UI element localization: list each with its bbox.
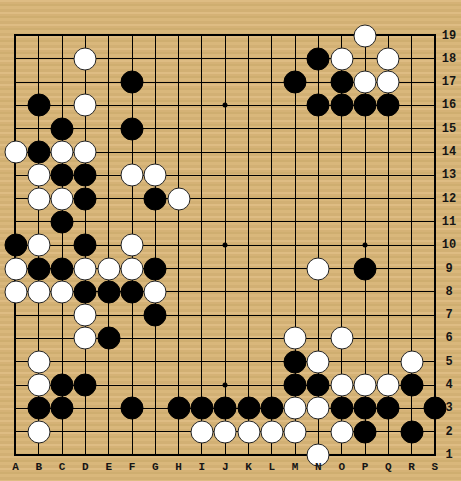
stone-black[interactable] [330, 94, 353, 117]
stone-black[interactable] [27, 257, 50, 280]
stone-black[interactable] [307, 47, 330, 70]
stone-black[interactable] [330, 397, 353, 420]
stone-black[interactable] [354, 420, 377, 443]
row-label: 2 [445, 426, 452, 438]
stone-white[interactable] [377, 47, 400, 70]
stone-black[interactable] [190, 397, 213, 420]
row-label: 9 [445, 263, 452, 275]
stone-white[interactable] [377, 71, 400, 94]
row-label: 16 [442, 99, 456, 111]
column-label: C [59, 462, 66, 473]
stone-white[interactable] [27, 350, 50, 373]
stone-white[interactable] [307, 257, 330, 280]
column-label: N [315, 462, 322, 473]
column-label: H [175, 462, 182, 473]
stone-black[interactable] [4, 234, 27, 257]
column-label: Q [385, 462, 392, 473]
column-label: J [222, 462, 229, 473]
stone-white[interactable] [121, 257, 144, 280]
stone-white[interactable] [330, 420, 353, 443]
stone-black[interactable] [27, 94, 50, 117]
star-point [223, 383, 228, 388]
stone-white[interactable] [307, 350, 330, 373]
stone-white[interactable] [51, 141, 74, 164]
stone-black[interactable] [51, 210, 74, 233]
stone-black[interactable] [51, 374, 74, 397]
stone-black[interactable] [260, 397, 283, 420]
stone-black[interactable] [51, 164, 74, 187]
stone-black[interactable] [144, 304, 167, 327]
stone-black[interactable] [121, 397, 144, 420]
stone-black[interactable] [284, 350, 307, 373]
stone-black[interactable] [97, 280, 120, 303]
stone-black[interactable] [354, 257, 377, 280]
stone-white[interactable] [4, 280, 27, 303]
stone-white[interactable] [167, 187, 190, 210]
row-label: 6 [445, 332, 452, 344]
stone-white[interactable] [260, 420, 283, 443]
row-label: 8 [445, 286, 452, 298]
stone-white[interactable] [144, 280, 167, 303]
stone-black[interactable] [74, 374, 97, 397]
stone-black[interactable] [400, 420, 423, 443]
row-label: 1 [445, 449, 452, 461]
stone-white[interactable] [237, 420, 260, 443]
column-label: S [432, 462, 439, 473]
stone-black[interactable] [51, 117, 74, 140]
star-point [363, 243, 368, 248]
stone-white[interactable] [330, 374, 353, 397]
column-label: I [199, 462, 206, 473]
stone-black[interactable] [284, 71, 307, 94]
stone-white[interactable] [284, 327, 307, 350]
stone-white[interactable] [354, 71, 377, 94]
stone-white[interactable] [74, 141, 97, 164]
stone-white[interactable] [284, 420, 307, 443]
column-label: O [338, 462, 345, 473]
stone-black[interactable] [423, 397, 446, 420]
stone-white[interactable] [74, 304, 97, 327]
stone-black[interactable] [27, 141, 50, 164]
stone-white[interactable] [354, 24, 377, 47]
stone-black[interactable] [354, 397, 377, 420]
column-label: A [12, 462, 19, 473]
stone-black[interactable] [354, 94, 377, 117]
stone-white[interactable] [121, 234, 144, 257]
stone-white[interactable] [27, 164, 50, 187]
column-label: K [245, 462, 252, 473]
stone-white[interactable] [214, 420, 237, 443]
row-label: 18 [442, 53, 456, 65]
stone-white[interactable] [4, 141, 27, 164]
stone-black[interactable] [121, 280, 144, 303]
star-point [223, 103, 228, 108]
stone-white[interactable] [74, 327, 97, 350]
row-label: 13 [442, 169, 456, 181]
column-label: F [129, 462, 136, 473]
stone-white[interactable] [27, 280, 50, 303]
row-label: 12 [442, 193, 456, 205]
stone-black[interactable] [377, 397, 400, 420]
stone-black[interactable] [97, 327, 120, 350]
stone-white[interactable] [74, 257, 97, 280]
stone-black[interactable] [74, 280, 97, 303]
stone-white[interactable] [27, 374, 50, 397]
row-label: 4 [445, 379, 452, 391]
stone-black[interactable] [121, 71, 144, 94]
column-label: E [105, 462, 112, 473]
column-label: P [362, 462, 369, 473]
stone-white[interactable] [400, 350, 423, 373]
stone-black[interactable] [144, 257, 167, 280]
row-label: 15 [442, 123, 456, 135]
stone-white[interactable] [27, 420, 50, 443]
stone-white[interactable] [330, 327, 353, 350]
stone-white[interactable] [74, 94, 97, 117]
column-label: L [268, 462, 275, 473]
stone-black[interactable] [144, 187, 167, 210]
column-label: G [152, 462, 159, 473]
stone-black[interactable] [307, 94, 330, 117]
stone-white[interactable] [121, 164, 144, 187]
stone-black[interactable] [167, 397, 190, 420]
row-label: 14 [442, 146, 456, 158]
column-label: R [408, 462, 415, 473]
row-label: 7 [445, 309, 452, 321]
column-label: B [35, 462, 42, 473]
stone-black[interactable] [237, 397, 260, 420]
stone-white[interactable] [144, 164, 167, 187]
stone-black[interactable] [51, 397, 74, 420]
column-label: D [82, 462, 89, 473]
stone-white[interactable] [51, 280, 74, 303]
stone-black[interactable] [307, 374, 330, 397]
stone-black[interactable] [377, 94, 400, 117]
stone-white[interactable] [307, 397, 330, 420]
stone-black[interactable] [330, 71, 353, 94]
stone-white[interactable] [27, 234, 50, 257]
star-point [223, 243, 228, 248]
stone-black[interactable] [74, 234, 97, 257]
row-label: 3 [445, 402, 452, 414]
row-label: 17 [442, 76, 456, 88]
stone-black[interactable] [74, 164, 97, 187]
row-label: 10 [442, 239, 456, 251]
go-board-screenshot: ABCDEFGHIJKLMNOPQRS191817161514131211109… [0, 0, 461, 481]
stone-black[interactable] [121, 117, 144, 140]
stone-white[interactable] [27, 187, 50, 210]
stone-black[interactable] [74, 187, 97, 210]
stone-black[interactable] [284, 374, 307, 397]
stone-white[interactable] [330, 47, 353, 70]
stone-black[interactable] [27, 397, 50, 420]
row-label: 11 [442, 216, 456, 228]
row-label: 19 [442, 30, 456, 42]
stone-white[interactable] [51, 187, 74, 210]
stone-black[interactable] [51, 257, 74, 280]
stone-white[interactable] [97, 257, 120, 280]
row-label: 5 [445, 356, 452, 368]
stone-white[interactable] [354, 374, 377, 397]
stone-white[interactable] [190, 420, 213, 443]
stone-black[interactable] [400, 374, 423, 397]
stone-white[interactable] [74, 47, 97, 70]
stone-white[interactable] [377, 374, 400, 397]
column-label: M [292, 462, 299, 473]
stone-white[interactable] [4, 257, 27, 280]
stone-black[interactable] [214, 397, 237, 420]
stone-white[interactable] [284, 397, 307, 420]
